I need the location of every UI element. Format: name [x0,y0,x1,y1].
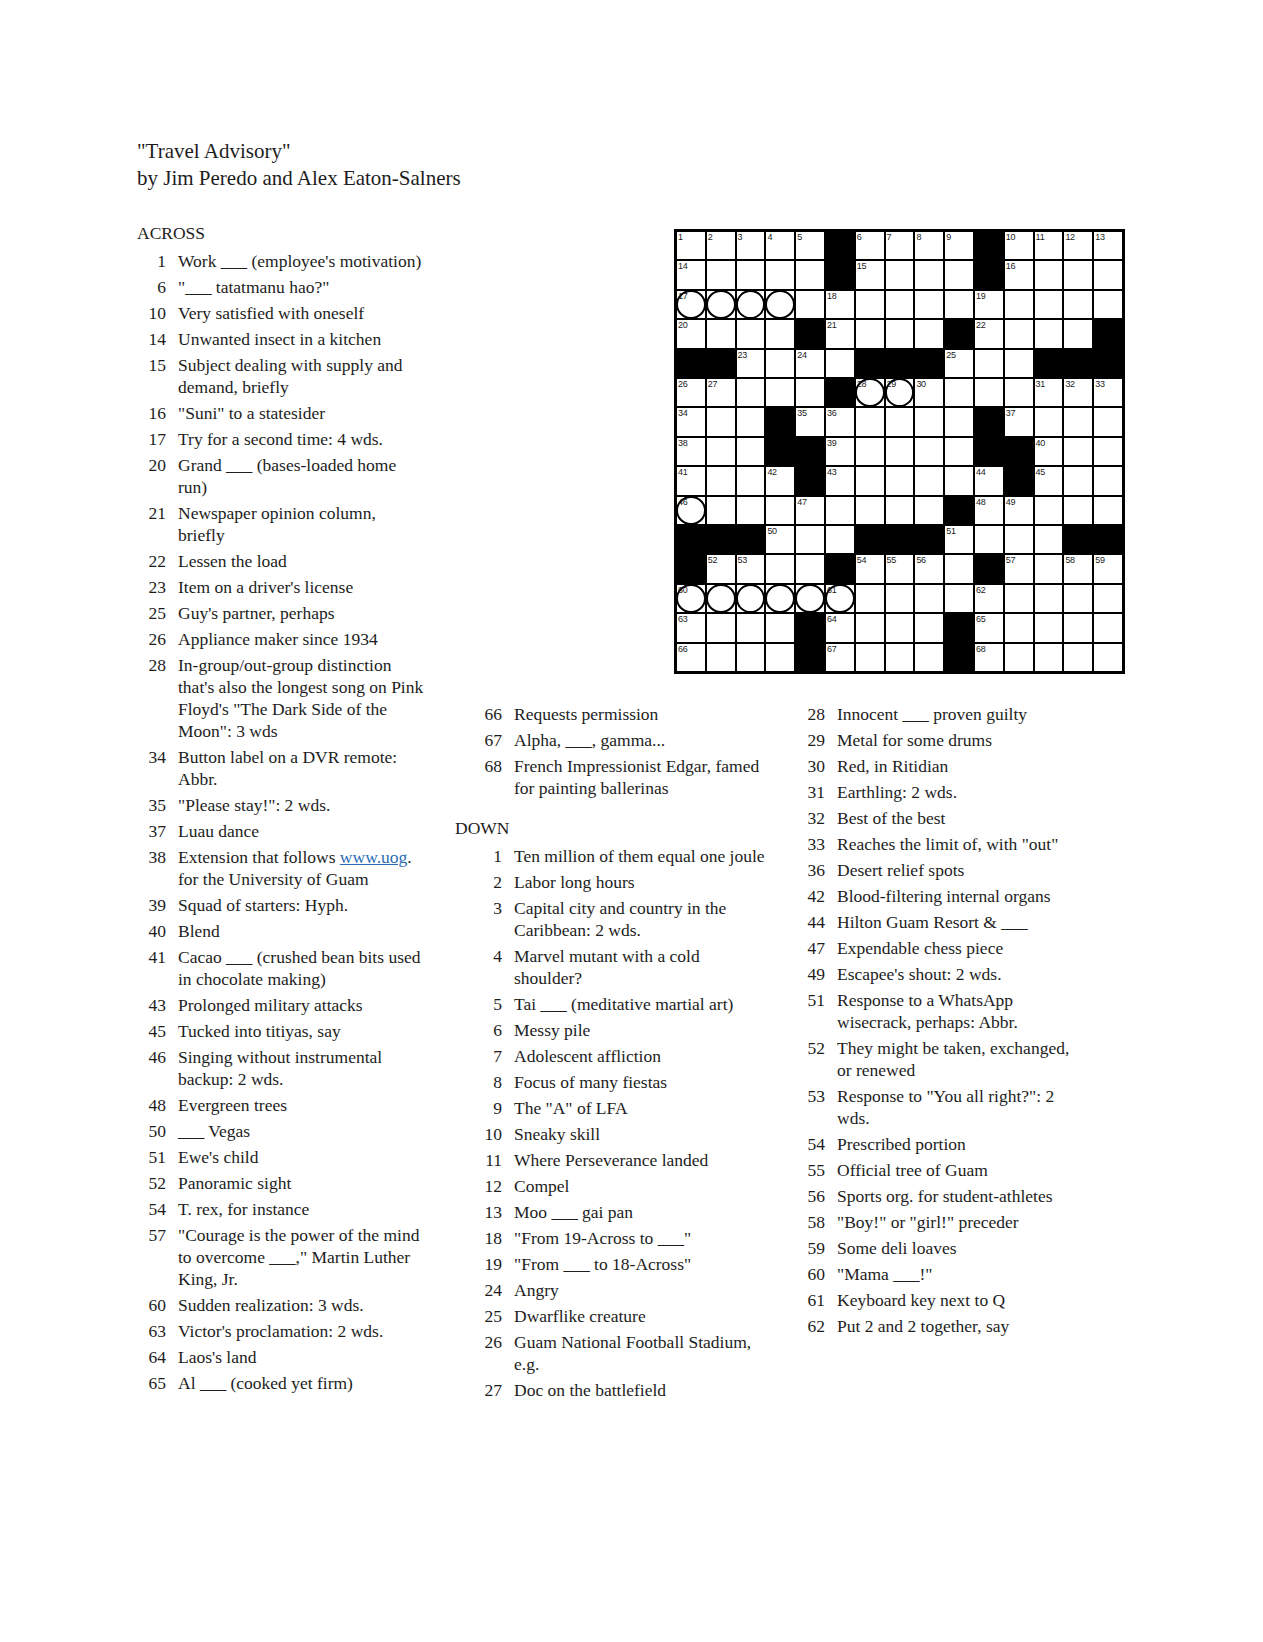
across-clue-68: 68French Impressionist Edgar, famed for … [455,755,766,799]
cell-r15c12[interactable] [1005,644,1033,671]
cell-r7c2[interactable] [707,408,735,435]
cell-r9c6[interactable]: 43 [826,467,854,494]
cell-r9c15[interactable] [1094,467,1122,494]
clue-text: Blend [166,920,426,942]
cell-r11c4[interactable]: 50 [766,526,794,553]
cell-r6c12[interactable] [1005,379,1033,406]
across-clue-25: 25Guy's partner, perhaps [137,602,426,624]
clue-number: 39 [137,894,166,916]
cell-r7c12[interactable]: 37 [1005,408,1033,435]
cell-r6c3[interactable] [737,379,765,406]
cell-r15c13[interactable] [1035,644,1063,671]
cell-r2c7[interactable]: 15 [856,261,884,288]
clue-number: 57 [137,1224,166,1290]
cell-r9c11[interactable]: 44 [975,467,1003,494]
cell-r13c15[interactable] [1094,585,1122,612]
cell-r15c7[interactable] [856,644,884,671]
cell-r3c11[interactable]: 19 [975,291,1003,318]
cell-r12c8[interactable]: 55 [886,555,914,582]
cell-r1c2[interactable]: 2 [707,232,735,259]
clue-number: 49 [781,963,825,985]
cell-r12c7[interactable]: 54 [856,555,884,582]
clue-number: 18 [455,1227,502,1249]
cell-r10c6[interactable] [826,497,854,524]
down-clue-2: 2Labor long hours [455,871,766,893]
cell-r14c15[interactable] [1094,614,1122,641]
cell-r7c9[interactable] [915,408,943,435]
across-clue-22: 22Lessen the load [137,550,426,572]
cell-r11c6[interactable] [826,526,854,553]
cell-r4c7[interactable] [856,320,884,347]
cell-r2c15[interactable] [1094,261,1122,288]
cell-r12c15[interactable]: 59 [1094,555,1122,582]
across-clue-20: 20Grand ___ (bases-loaded home run) [137,454,426,498]
down-clue-1: 1Ten million of them equal one joule [455,845,766,867]
cell-r6c13[interactable]: 31 [1035,379,1063,406]
across-clue-38: 38Extension that follows www.uog. for th… [137,846,426,890]
cell-number: 9 [946,232,951,242]
puzzle-page: "Travel Advisory" by Jim Peredo and Alex… [0,0,1263,1642]
cell-r3c13[interactable] [1035,291,1063,318]
cell-r3c15[interactable] [1094,291,1122,318]
cell-r8c15[interactable] [1094,438,1122,465]
cell-number: 2 [708,232,713,242]
cell-r12c4[interactable] [766,555,794,582]
cell-r13c7[interactable] [856,585,884,612]
cell-r1c12[interactable]: 10 [1005,232,1033,259]
clue-text: In-group/out-group distinction that's al… [166,654,426,742]
cell-r13c1[interactable]: 60 [677,585,705,612]
cell-r14c9[interactable] [915,614,943,641]
cell-r3c3[interactable] [737,291,765,318]
cell-r9c2[interactable] [707,467,735,494]
cell-r4c10 [945,320,973,347]
cell-r9c10[interactable] [945,467,973,494]
cell-number: 37 [1006,408,1015,418]
clue-number: 44 [781,911,825,933]
cell-r1c6 [826,232,854,259]
cell-r2c3[interactable] [737,261,765,288]
clue-number: 26 [137,628,166,650]
cell-r12c2[interactable]: 52 [707,555,735,582]
cell-number: 35 [797,408,806,418]
cell-r14c7[interactable] [856,614,884,641]
cell-r8c7[interactable] [856,438,884,465]
clue-text: Adolescent affliction [502,1045,766,1067]
cell-r13c4[interactable] [766,585,794,612]
clue-text: They might be taken, exchanged, or renew… [825,1037,1087,1081]
clue-text: Desert relief spots [825,859,1087,881]
cell-r5c13 [1035,350,1063,377]
clue-number: 54 [137,1198,166,1220]
cell-r15c11[interactable]: 68 [975,644,1003,671]
clue-text: Capital city and country in the Caribbea… [502,897,766,941]
crossword-grid: 1234567891011121314151617181920212223242… [674,229,1125,674]
cell-r14c8[interactable] [886,614,914,641]
cell-r13c12[interactable] [1005,585,1033,612]
down-clues-column: 28Innocent ___ proven guilty29Metal for … [781,703,1087,1341]
circle-marker [765,290,795,319]
cell-r5c3[interactable]: 23 [737,350,765,377]
clue-text: Response to a WhatsApp wisecrack, perhap… [825,989,1087,1033]
cell-r5c4[interactable] [766,350,794,377]
cell-r9c4[interactable]: 42 [766,467,794,494]
cell-r3c4[interactable] [766,291,794,318]
circle-marker [736,290,766,319]
cell-r1c9[interactable]: 8 [915,232,943,259]
down-clue-54: 54Prescribed portion [781,1133,1087,1155]
cell-r9c8[interactable] [886,467,914,494]
cell-r3c8[interactable] [886,291,914,318]
down-clue-8: 8Focus of many fiestas [455,1071,766,1093]
cell-r7c15[interactable] [1094,408,1122,435]
cell-r2c9[interactable] [915,261,943,288]
clue-text: Panoramic sight [166,1172,426,1194]
cell-r10c14[interactable] [1064,497,1092,524]
cell-r2c13[interactable] [1035,261,1063,288]
cell-number: 41 [678,467,687,477]
cell-r13c13[interactable] [1035,585,1063,612]
cell-r14c2[interactable] [707,614,735,641]
cell-number: 40 [1036,438,1045,448]
cell-r1c11 [975,232,1003,259]
cell-r3c12[interactable] [1005,291,1033,318]
across-clue-48: 48Evergreen trees [137,1094,426,1116]
cell-r8c9[interactable] [915,438,943,465]
clue-text: Escapee's shout: 2 wds. [825,963,1087,985]
cell-r11c14 [1064,526,1092,553]
cell-r10c1[interactable]: 46 [677,497,705,524]
cell-r6c15[interactable]: 33 [1094,379,1122,406]
cell-r5c12[interactable] [1005,350,1033,377]
cell-r7c10[interactable] [945,408,973,435]
across-clue-50: 50___ Vegas [137,1120,426,1142]
cell-number: 27 [708,379,717,389]
cell-r9c14[interactable] [1064,467,1092,494]
across-clue-43: 43Prolonged military attacks [137,994,426,1016]
cell-r7c5[interactable]: 35 [796,408,824,435]
cell-r9c1[interactable]: 41 [677,467,705,494]
cell-r4c14[interactable] [1064,320,1092,347]
cell-r15c1[interactable]: 66 [677,644,705,671]
cell-r14c14[interactable] [1064,614,1092,641]
cell-r14c13[interactable] [1035,614,1063,641]
down-clue-12: 12Compel [455,1175,766,1197]
down-clue-9: 9The "A" of LFA [455,1097,766,1119]
cell-number: 59 [1095,555,1104,565]
cell-r4c9[interactable] [915,320,943,347]
cell-r4c2[interactable] [707,320,735,347]
clue-number: 1 [455,845,502,867]
cell-number: 8 [916,232,921,242]
cell-r3c14[interactable] [1064,291,1092,318]
cell-r15c8[interactable] [886,644,914,671]
cell-r15c3[interactable] [737,644,765,671]
cell-r13c10[interactable] [945,585,973,612]
cell-r11c12[interactable] [1005,526,1033,553]
clue-text: Red, in Ritidian [825,755,1087,777]
cell-r15c2[interactable] [707,644,735,671]
cell-r12c14[interactable]: 58 [1064,555,1092,582]
cell-r6c2[interactable]: 27 [707,379,735,406]
cell-r6c5[interactable] [796,379,824,406]
cell-r1c8[interactable]: 7 [886,232,914,259]
clue-text: Tucked into titiyas, say [166,1020,426,1042]
clue-text: "Boy!" or "girl!" preceder [825,1211,1087,1233]
cell-r3c1[interactable]: 17 [677,291,705,318]
clue-number: 24 [455,1279,502,1301]
down-clue-19: 19"From ___ to 18-Across" [455,1253,766,1275]
cell-r4c3[interactable] [737,320,765,347]
clue-text: "___ tatatmanu hao?" [166,276,426,298]
cell-r11c13[interactable] [1035,526,1063,553]
cell-r6c1[interactable]: 26 [677,379,705,406]
cell-number: 20 [678,320,687,330]
cell-r11c11[interactable] [975,526,1003,553]
cell-r2c5[interactable] [796,261,824,288]
down-clue-44: 44Hilton Guam Resort & ___ [781,911,1087,933]
cell-r2c1[interactable]: 14 [677,261,705,288]
cell-r6c11[interactable] [975,379,1003,406]
clue-number: 42 [781,885,825,907]
cell-r2c6 [826,261,854,288]
cell-r1c13[interactable]: 11 [1035,232,1063,259]
across-clue-34: 34Button label on a DVR remote: Abbr. [137,746,426,790]
cell-r2c2[interactable] [707,261,735,288]
down-clue-18: 18"From 19-Across to ___" [455,1227,766,1249]
cell-r14c6[interactable]: 64 [826,614,854,641]
clue-text: Evergreen trees [166,1094,426,1116]
cell-r14c11[interactable]: 65 [975,614,1003,641]
clue-number: 30 [781,755,825,777]
cell-r13c8[interactable] [886,585,914,612]
cell-r14c4[interactable] [766,614,794,641]
cell-r2c12[interactable]: 16 [1005,261,1033,288]
cell-r8c6[interactable]: 39 [826,438,854,465]
cell-r2c4[interactable] [766,261,794,288]
cell-r2c14[interactable] [1064,261,1092,288]
across-clue-37: 37Luau dance [137,820,426,842]
cell-r6c7[interactable]: 28 [856,379,884,406]
cell-r8c5 [796,438,824,465]
cell-r3c6[interactable]: 18 [826,291,854,318]
cell-r15c6[interactable]: 67 [826,644,854,671]
cell-r3c9[interactable] [915,291,943,318]
down-clue-25: 25Dwarflike creature [455,1305,766,1327]
clue-number: 13 [455,1201,502,1223]
cell-number: 5 [797,232,802,242]
cell-r7c3[interactable] [737,408,765,435]
cell-number: 45 [1036,467,1045,477]
cell-r15c9[interactable] [915,644,943,671]
clue-number: 47 [781,937,825,959]
cell-r6c8[interactable]: 29 [886,379,914,406]
cell-r6c9[interactable]: 30 [915,379,943,406]
down-clue-56: 56Sports org. for student-athletes [781,1185,1087,1207]
cell-r13c5[interactable] [796,585,824,612]
cell-r8c13[interactable]: 40 [1035,438,1063,465]
cell-r10c2[interactable] [707,497,735,524]
cell-r14c12[interactable] [1005,614,1033,641]
cell-number: 42 [767,467,776,477]
cell-r10c3[interactable] [737,497,765,524]
cell-r5c5[interactable]: 24 [796,350,824,377]
cell-r2c8[interactable] [886,261,914,288]
cell-r9c7[interactable] [856,467,884,494]
across-clue-35: 35"Please stay!": 2 wds. [137,794,426,816]
clue-number: 14 [137,328,166,350]
cell-number: 14 [678,261,687,271]
cell-number: 58 [1065,555,1074,565]
cell-number: 61 [827,585,836,595]
cell-r7c7[interactable] [856,408,884,435]
circle-marker [795,584,825,613]
cell-r10c12[interactable]: 49 [1005,497,1033,524]
cell-r13c6[interactable]: 61 [826,585,854,612]
cell-r1c3[interactable]: 3 [737,232,765,259]
cell-r10c13[interactable] [1035,497,1063,524]
cell-r5c10[interactable]: 25 [945,350,973,377]
cell-r13c3[interactable] [737,585,765,612]
cell-number: 30 [916,379,925,389]
cell-r8c10[interactable] [945,438,973,465]
cell-r1c1[interactable]: 1 [677,232,705,259]
cell-r10c4[interactable] [766,497,794,524]
cell-r11c5[interactable] [796,526,824,553]
clue-text: Victor's proclamation: 2 wds. [166,1320,426,1342]
cell-r1c4[interactable]: 4 [766,232,794,259]
cell-r14c3[interactable] [737,614,765,641]
cell-r4c8[interactable] [886,320,914,347]
clue-text: Some deli loaves [825,1237,1087,1259]
cell-r12c5[interactable] [796,555,824,582]
cell-r13c2[interactable] [707,585,735,612]
clue-text: Moo ___ gai pan [502,1201,766,1223]
cell-number: 33 [1095,379,1104,389]
clue-number: 56 [781,1185,825,1207]
down-clue-59: 59Some deli loaves [781,1237,1087,1259]
cell-r4c4[interactable] [766,320,794,347]
cell-r10c11[interactable]: 48 [975,497,1003,524]
down-header: DOWN [455,817,766,839]
cell-r8c14[interactable] [1064,438,1092,465]
cell-number: 34 [678,408,687,418]
cell-r1c10[interactable]: 9 [945,232,973,259]
cell-r10c5[interactable]: 47 [796,497,824,524]
cell-r7c8[interactable] [886,408,914,435]
cell-r12c13[interactable] [1035,555,1063,582]
clue-text: Sneaky skill [502,1123,766,1145]
cell-r7c14[interactable] [1064,408,1092,435]
cell-r13c9[interactable] [915,585,943,612]
cell-r6c14[interactable]: 32 [1064,379,1092,406]
cell-r14c1[interactable]: 63 [677,614,705,641]
across-clue-66: 66Requests permission [455,703,766,725]
cell-r2c10[interactable] [945,261,973,288]
cell-r10c8[interactable] [886,497,914,524]
cell-r4c12[interactable] [1005,320,1033,347]
puzzle-title: "Travel Advisory" [137,138,461,165]
cell-r12c12[interactable]: 57 [1005,555,1033,582]
cell-r3c5[interactable] [796,291,824,318]
cell-r3c2[interactable] [707,291,735,318]
cell-r4c11[interactable]: 22 [975,320,1003,347]
clue-text: Very satisfied with oneself [166,302,426,324]
cell-r15c4[interactable] [766,644,794,671]
cell-r6c4[interactable] [766,379,794,406]
cell-number: 39 [827,438,836,448]
cell-r7c6[interactable]: 36 [826,408,854,435]
clue-text: Compel [502,1175,766,1197]
clue-number: 17 [137,428,166,450]
cell-r15c14[interactable] [1064,644,1092,671]
cell-number: 18 [827,291,836,301]
cell-r5c11[interactable] [975,350,1003,377]
across-clue-40: 40Blend [137,920,426,942]
cell-r3c10[interactable] [945,291,973,318]
cell-r12c3[interactable]: 53 [737,555,765,582]
cell-r4c6[interactable]: 21 [826,320,854,347]
clue-number: 10 [455,1123,502,1145]
cell-r12c10[interactable] [945,555,973,582]
cell-r4c1[interactable]: 20 [677,320,705,347]
cell-r8c8[interactable] [886,438,914,465]
cell-r5c6[interactable] [826,350,854,377]
clue-text: "Suni" to a statesider [166,402,426,424]
cell-number: 54 [857,555,866,565]
clue-number: 46 [137,1046,166,1090]
cell-r9c13[interactable]: 45 [1035,467,1063,494]
cell-r1c5[interactable]: 5 [796,232,824,259]
cell-r1c15[interactable]: 13 [1094,232,1122,259]
cell-r15c15[interactable] [1094,644,1122,671]
cell-r12c9[interactable]: 56 [915,555,943,582]
clue-number: 25 [137,602,166,624]
cell-r4c13[interactable] [1035,320,1063,347]
cell-r10c9[interactable] [915,497,943,524]
clue-number: 2 [455,871,502,893]
cell-r7c1[interactable]: 34 [677,408,705,435]
down-clue-27: 27Doc on the battlefield [455,1379,766,1401]
clue-text: Try for a second time: 4 wds. [166,428,426,450]
clue-number: 23 [137,576,166,598]
cell-r3c7[interactable] [856,291,884,318]
cell-r13c14[interactable] [1064,585,1092,612]
clue-text: Ewe's child [166,1146,426,1168]
cell-r11c10[interactable]: 51 [945,526,973,553]
cell-r9c3[interactable] [737,467,765,494]
clue-number: 41 [137,946,166,990]
cell-r13c11[interactable]: 62 [975,585,1003,612]
cell-r8c3[interactable] [737,438,765,465]
down-clue-42: 42Blood-filtering internal organs [781,885,1087,907]
clue-text: Best of the best [825,807,1087,829]
cell-r8c1[interactable]: 38 [677,438,705,465]
cell-r10c7[interactable] [856,497,884,524]
cell-r1c7[interactable]: 6 [856,232,884,259]
cell-r9c9[interactable] [915,467,943,494]
clue-number: 38 [137,846,166,890]
cell-r7c13[interactable] [1035,408,1063,435]
cell-r1c14[interactable]: 12 [1064,232,1092,259]
circle-marker [736,584,766,613]
clue-number: 52 [781,1037,825,1081]
cell-r8c2[interactable] [707,438,735,465]
cell-r10c15[interactable] [1094,497,1122,524]
uog-link[interactable]: www.uog [340,847,407,867]
clue-text: Item on a driver's license [166,576,426,598]
cell-r6c10[interactable] [945,379,973,406]
